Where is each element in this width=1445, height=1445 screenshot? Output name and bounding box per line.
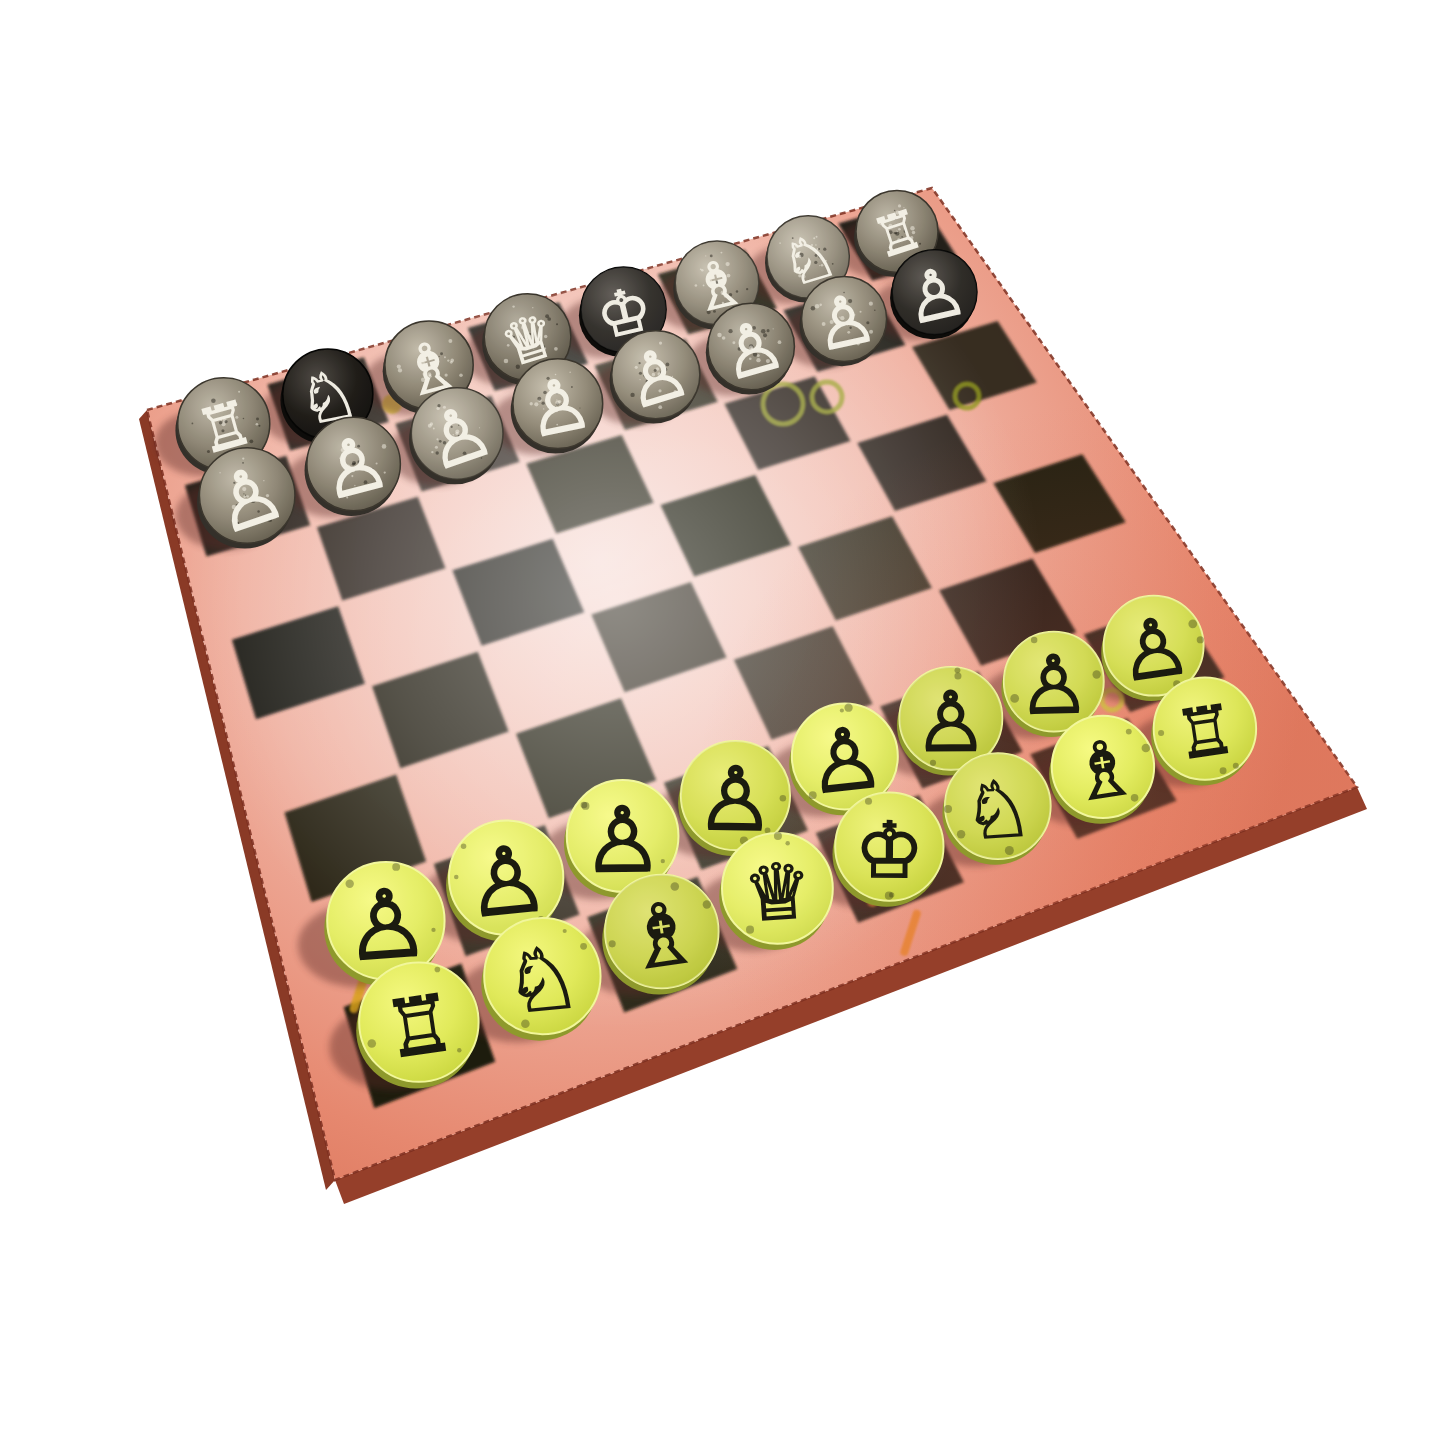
piece-g7-dark-pawn[interactable]: ♙ (799, 276, 886, 366)
photo-stage: ♖♘♗♕♔♗♘♖♙♙♙♙♙♙♙♙♙♙♙♙♙♙♙♙♖♘♗♕♔♘♗♖ (0, 0, 1445, 1445)
yellow-king-glyph: ♔ (855, 806, 925, 895)
piece-h7-dark-pawn[interactable]: ♙ (890, 250, 977, 341)
yellow-bishop-glyph: ♗ (618, 881, 707, 990)
edge-smudge (780, 795, 787, 802)
speckle-grain (256, 417, 259, 420)
edge-smudge (865, 798, 872, 805)
yellow-pawn-glyph: ♙ (1017, 638, 1091, 733)
edge-smudge (580, 943, 587, 950)
piece-d7-dark-pawn[interactable]: ♙ (511, 359, 603, 455)
edge-smudge (1188, 619, 1197, 628)
piece-b7-dark-pawn[interactable]: ♙ (305, 417, 401, 518)
speckle-grain (256, 423, 259, 426)
speckle-grain (258, 425, 260, 427)
edge-smudge (431, 928, 435, 932)
edge-smudge (609, 940, 616, 947)
yellow-pawn-glyph: ♙ (914, 674, 989, 770)
yellow-bishop-glyph: ♗ (1063, 721, 1145, 819)
piece-c1-yellow-bishop[interactable]: ♗ (602, 875, 718, 995)
edge-smudge (367, 1039, 376, 1048)
edge-smudge (955, 667, 961, 673)
yellow-rook-glyph: ♖ (1170, 689, 1240, 775)
speckle-grain (192, 423, 194, 425)
edge-smudge (703, 900, 711, 908)
edge-smudge (774, 832, 782, 840)
yellow-knight-glyph: ♘ (960, 763, 1035, 857)
chessboard-photo: ♖♘♗♕♔♗♘♖♙♙♙♙♙♙♙♙♙♙♙♙♙♙♙♙♖♘♗♕♔♘♗♖ (0, 0, 1445, 1445)
edge-smudge (944, 805, 952, 813)
edge-smudge (1197, 636, 1204, 643)
piece-f7-dark-pawn[interactable]: ♙ (706, 302, 795, 396)
yellow-rook-glyph: ♖ (379, 977, 461, 1076)
speckle-grain (556, 323, 558, 325)
edge-smudge (1092, 670, 1100, 678)
edge-smudge (435, 967, 441, 973)
yellow-queen-glyph: ♕ (740, 846, 814, 939)
edge-smudge (785, 841, 789, 845)
edge-smudge (1158, 730, 1164, 736)
piece-f1-yellow-knight[interactable]: ♘ (942, 753, 1050, 864)
piece-g1-yellow-bishop[interactable]: ♗ (1049, 716, 1154, 824)
edge-smudge (1142, 744, 1151, 753)
edge-smudge (454, 875, 458, 879)
speckle-grain (874, 310, 876, 312)
yellow-knight-glyph: ♘ (500, 927, 586, 1033)
piece-b1-yellow-knight[interactable]: ♘ (481, 918, 600, 1041)
